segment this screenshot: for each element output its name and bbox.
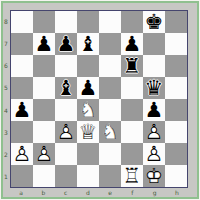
rank-label-1: 1 xyxy=(2,166,10,188)
piece-black-pawn[interactable]: ♟ xyxy=(143,99,165,121)
white-king-outline: ♔ xyxy=(143,165,165,187)
file-label-b: b xyxy=(32,187,54,197)
chess-board: ♚♟♟♝♟♜♝♟♛♟♞♘♟♟♙♛♕♞♘♟♙♟♙♟♙♟♙♜♖♚♔ xyxy=(10,10,188,188)
square-e7[interactable] xyxy=(99,33,121,55)
white-pawn-outline: ♙ xyxy=(143,143,165,165)
file-label-g: g xyxy=(144,187,166,197)
rank-label-8: 8 xyxy=(2,10,10,32)
square-h7[interactable] xyxy=(165,33,187,55)
square-g6[interactable] xyxy=(143,55,165,77)
square-b4[interactable] xyxy=(33,99,55,121)
square-c2[interactable] xyxy=(55,143,77,165)
square-e2[interactable] xyxy=(99,143,121,165)
piece-black-king[interactable]: ♚ xyxy=(143,11,165,33)
rank-label-4: 4 xyxy=(2,99,10,121)
white-pawn-outline: ♙ xyxy=(33,143,55,165)
square-d7[interactable]: ♝ xyxy=(77,33,99,55)
file-label-d: d xyxy=(77,187,99,197)
square-e4[interactable] xyxy=(99,99,121,121)
square-b2[interactable]: ♟♙ xyxy=(33,143,55,165)
square-e6[interactable] xyxy=(99,55,121,77)
rank-label-2: 2 xyxy=(2,144,10,166)
piece-white-pawn[interactable]: ♟♙ xyxy=(11,143,33,165)
square-b5[interactable] xyxy=(33,77,55,99)
piece-white-pawn[interactable]: ♟♙ xyxy=(33,143,55,165)
square-e8[interactable] xyxy=(99,11,121,33)
square-g7[interactable] xyxy=(143,33,165,55)
square-g4[interactable]: ♟ xyxy=(143,99,165,121)
square-b7[interactable]: ♟ xyxy=(33,33,55,55)
white-knight-outline: ♘ xyxy=(77,99,99,121)
piece-white-pawn[interactable]: ♟♙ xyxy=(143,143,165,165)
square-d2[interactable] xyxy=(77,143,99,165)
rank-label-7: 7 xyxy=(2,32,10,54)
square-f4[interactable] xyxy=(121,99,143,121)
square-h2[interactable] xyxy=(165,143,187,165)
rank-label-6: 6 xyxy=(2,55,10,77)
square-d6[interactable] xyxy=(77,55,99,77)
piece-white-pawn[interactable]: ♟♙ xyxy=(143,121,165,143)
square-a4[interactable]: ♟ xyxy=(11,99,33,121)
square-a1[interactable] xyxy=(11,165,33,187)
square-g5[interactable]: ♛ xyxy=(143,77,165,99)
white-knight-outline: ♘ xyxy=(99,121,121,143)
square-b1[interactable] xyxy=(33,165,55,187)
square-h6[interactable] xyxy=(165,55,187,77)
square-f5[interactable] xyxy=(121,77,143,99)
square-b6[interactable] xyxy=(33,55,55,77)
square-g8[interactable]: ♚ xyxy=(143,11,165,33)
rank-label-3: 3 xyxy=(2,121,10,143)
chess-app-window: 87654321 abcdefgh ♚♟♟♝♟♜♝♟♛♟♞♘♟♟♙♛♕♞♘♟♙♟… xyxy=(0,0,200,200)
white-pawn-outline: ♙ xyxy=(55,121,77,143)
piece-white-queen[interactable]: ♛♕ xyxy=(77,121,99,143)
piece-white-pawn[interactable]: ♟♙ xyxy=(55,121,77,143)
square-a5[interactable] xyxy=(11,77,33,99)
square-h1[interactable] xyxy=(165,165,187,187)
square-a7[interactable] xyxy=(11,33,33,55)
file-label-c: c xyxy=(55,187,77,197)
square-g3[interactable]: ♟♙ xyxy=(143,121,165,143)
square-c5[interactable]: ♝ xyxy=(55,77,77,99)
piece-white-knight[interactable]: ♞♘ xyxy=(77,99,99,121)
square-h3[interactable] xyxy=(165,121,187,143)
square-a8[interactable] xyxy=(11,11,33,33)
square-e5[interactable] xyxy=(99,77,121,99)
square-c7[interactable]: ♟ xyxy=(55,33,77,55)
white-pawn-outline: ♙ xyxy=(11,143,33,165)
square-d8[interactable] xyxy=(77,11,99,33)
file-label-h: h xyxy=(166,187,188,197)
square-f8[interactable] xyxy=(121,11,143,33)
piece-white-knight[interactable]: ♞♘ xyxy=(99,121,121,143)
square-a3[interactable] xyxy=(11,121,33,143)
rank-labels: 87654321 xyxy=(2,10,10,188)
square-g1[interactable]: ♚♔ xyxy=(143,165,165,187)
piece-black-pawn[interactable]: ♟ xyxy=(121,33,143,55)
square-c4[interactable] xyxy=(55,99,77,121)
square-c1[interactable] xyxy=(55,165,77,187)
square-f3[interactable] xyxy=(121,121,143,143)
piece-black-pawn[interactable]: ♟ xyxy=(11,99,33,121)
square-c6[interactable] xyxy=(55,55,77,77)
file-labels: abcdefgh xyxy=(10,187,188,197)
piece-black-pawn[interactable]: ♟ xyxy=(55,33,77,55)
piece-white-rook[interactable]: ♜♖ xyxy=(121,165,143,187)
piece-white-king[interactable]: ♚♔ xyxy=(143,165,165,187)
square-a6[interactable] xyxy=(11,55,33,77)
square-e3[interactable]: ♞♘ xyxy=(99,121,121,143)
piece-black-rook[interactable]: ♜ xyxy=(121,55,143,77)
file-label-e: e xyxy=(99,187,121,197)
piece-black-pawn[interactable]: ♟ xyxy=(77,77,99,99)
square-d1[interactable] xyxy=(77,165,99,187)
square-a2[interactable]: ♟♙ xyxy=(11,143,33,165)
square-d3[interactable]: ♛♕ xyxy=(77,121,99,143)
square-c8[interactable] xyxy=(55,11,77,33)
square-b8[interactable] xyxy=(33,11,55,33)
square-b3[interactable] xyxy=(33,121,55,143)
square-g2[interactable]: ♟♙ xyxy=(143,143,165,165)
piece-black-pawn[interactable]: ♟ xyxy=(33,33,55,55)
square-d5[interactable]: ♟ xyxy=(77,77,99,99)
piece-black-bishop[interactable]: ♝ xyxy=(77,33,99,55)
rank-label-5: 5 xyxy=(2,77,10,99)
white-queen-outline: ♕ xyxy=(77,121,99,143)
square-e1[interactable] xyxy=(99,165,121,187)
file-label-a: a xyxy=(10,187,32,197)
white-rook-outline: ♖ xyxy=(121,165,143,187)
square-d4[interactable]: ♞♘ xyxy=(77,99,99,121)
piece-black-queen[interactable]: ♛ xyxy=(143,77,165,99)
square-h4[interactable] xyxy=(165,99,187,121)
square-f7[interactable]: ♟ xyxy=(121,33,143,55)
piece-black-bishop[interactable]: ♝ xyxy=(55,77,77,99)
square-f2[interactable] xyxy=(121,143,143,165)
file-label-f: f xyxy=(121,187,143,197)
square-f1[interactable]: ♜♖ xyxy=(121,165,143,187)
square-h8[interactable] xyxy=(165,11,187,33)
square-h5[interactable] xyxy=(165,77,187,99)
white-pawn-outline: ♙ xyxy=(143,121,165,143)
square-f6[interactable]: ♜ xyxy=(121,55,143,77)
square-c3[interactable]: ♟♙ xyxy=(55,121,77,143)
